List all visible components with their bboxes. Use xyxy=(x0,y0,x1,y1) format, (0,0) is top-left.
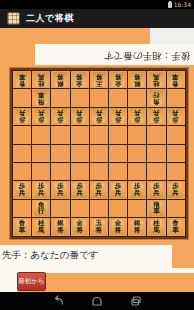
shogi-piece-sente[interactable]: 歩兵 xyxy=(71,182,88,198)
shogi-piece-sente[interactable]: 桂馬 xyxy=(148,219,165,235)
board-cell[interactable]: 銀将 xyxy=(128,218,147,236)
board-cell[interactable]: 玉将 xyxy=(90,218,109,236)
restart-button[interactable]: 最初から xyxy=(17,272,46,291)
board-cell[interactable]: 飛車 xyxy=(147,200,166,218)
shogi-piece-gote[interactable]: 桂馬 xyxy=(33,72,50,88)
action-bar: 二人で将棋 xyxy=(0,9,194,28)
board-cell[interactable]: 香車 xyxy=(13,71,32,89)
board-cell[interactable]: 歩兵 xyxy=(128,181,147,199)
shogi-piece-sente[interactable]: 香車 xyxy=(167,219,184,235)
piece-kanji: 歩 xyxy=(115,116,122,123)
app-screen: 16:34 二人で将棋 後手：相手の番です 香車桂馬銀将金将王将金将銀将桂馬香車… xyxy=(0,0,194,310)
board-cell[interactable] xyxy=(109,145,128,163)
board-cell[interactable]: 歩兵 xyxy=(32,108,51,126)
board-cell[interactable]: 香車 xyxy=(13,218,32,236)
piece-kanji: 兵 xyxy=(134,190,141,197)
board-cell[interactable] xyxy=(71,163,90,181)
piece-kanji: 兵 xyxy=(153,110,160,117)
shogi-board-frame: 香車桂馬銀将金将王将金将銀将桂馬香車飛車角行歩兵歩兵歩兵歩兵歩兵歩兵歩兵歩兵歩兵… xyxy=(10,68,188,239)
board-cell[interactable] xyxy=(147,163,166,181)
piece-kanji: 将 xyxy=(96,73,103,80)
shogi-piece-sente[interactable]: 歩兵 xyxy=(129,182,146,198)
board-cell[interactable]: 王将 xyxy=(90,71,109,89)
board-cell[interactable]: 歩兵 xyxy=(90,108,109,126)
shogi-piece-gote[interactable]: 銀将 xyxy=(52,72,69,88)
shogi-piece-sente[interactable]: 桂馬 xyxy=(33,219,50,235)
piece-kanji: 兵 xyxy=(153,190,160,197)
board-cell[interactable]: 歩兵 xyxy=(128,108,147,126)
piece-kanji: 飛 xyxy=(38,98,45,105)
piece-kanji: 兵 xyxy=(76,110,83,117)
board-cell[interactable] xyxy=(109,126,128,144)
shogi-piece-gote[interactable]: 香車 xyxy=(14,72,31,88)
board-cell[interactable]: 歩兵 xyxy=(13,108,32,126)
shogi-piece-gote[interactable]: 王将 xyxy=(91,72,108,88)
piece-kanji: 車 xyxy=(19,227,26,234)
shogi-board[interactable]: 香車桂馬銀将金将王将金将銀将桂馬香車飛車角行歩兵歩兵歩兵歩兵歩兵歩兵歩兵歩兵歩兵… xyxy=(12,70,186,237)
shogi-piece-sente[interactable]: 歩兵 xyxy=(52,182,69,198)
board-cell[interactable] xyxy=(32,163,51,181)
button-ledge xyxy=(0,273,17,292)
board-cell[interactable]: 桂馬 xyxy=(32,218,51,236)
board-cell[interactable]: 角行 xyxy=(147,89,166,107)
shogi-piece-sente[interactable]: 香車 xyxy=(14,219,31,235)
board-cell[interactable] xyxy=(90,89,109,107)
board-cell[interactable]: 金将 xyxy=(71,218,90,236)
board-cell[interactable]: 桂馬 xyxy=(147,218,166,236)
piece-kanji: 兵 xyxy=(172,190,179,197)
piece-kanji: 兵 xyxy=(96,190,103,197)
piece-kanji: 車 xyxy=(38,91,45,98)
gote-message-strip: 後手：相手の番です xyxy=(35,44,194,65)
shogi-piece-gote[interactable]: 金将 xyxy=(71,72,88,88)
board-cell[interactable] xyxy=(147,126,166,144)
piece-kanji: 歩 xyxy=(19,116,26,123)
board-cell[interactable]: 歩兵 xyxy=(32,181,51,199)
board-cell[interactable] xyxy=(109,89,128,107)
board-cell[interactable] xyxy=(128,89,147,107)
shogi-piece-sente[interactable]: 歩兵 xyxy=(167,182,184,198)
piece-kanji: 兵 xyxy=(19,190,26,197)
piece-kanji: 車 xyxy=(172,227,179,234)
shogi-piece-sente[interactable]: 銀将 xyxy=(52,219,69,235)
piece-kanji: 兵 xyxy=(19,110,26,117)
recents-icon[interactable] xyxy=(130,295,142,307)
piece-kanji: 馬 xyxy=(38,73,45,80)
board-cell[interactable]: 金将 xyxy=(109,71,128,89)
board-cell[interactable] xyxy=(51,163,70,181)
sente-message-strip: 先手：あなたの番です xyxy=(0,245,172,268)
board-cell[interactable]: 歩兵 xyxy=(167,181,186,199)
shogi-piece-gote[interactable]: 歩兵 xyxy=(33,108,50,124)
piece-kanji: 将 xyxy=(134,227,141,234)
piece-kanji: 角 xyxy=(153,98,160,105)
piece-kanji: 歩 xyxy=(76,116,83,123)
board-cell[interactable]: 角行 xyxy=(32,200,51,218)
board-cell[interactable]: 歩兵 xyxy=(71,181,90,199)
status-bar: 16:34 xyxy=(0,0,194,9)
board-cell[interactable] xyxy=(32,126,51,144)
shogi-piece-gote[interactable]: 飛車 xyxy=(33,90,50,106)
board-cell[interactable] xyxy=(32,145,51,163)
shogi-piece-sente[interactable]: 角行 xyxy=(33,200,50,216)
board-cell[interactable] xyxy=(71,200,90,218)
app-title: 二人で将棋 xyxy=(26,12,74,25)
shogi-piece-gote[interactable]: 歩兵 xyxy=(129,108,146,124)
shogi-piece-sente[interactable]: 金将 xyxy=(71,219,88,235)
piece-kanji: 将 xyxy=(96,227,103,234)
piece-kanji: 車 xyxy=(172,73,179,80)
piece-kanji: 兵 xyxy=(172,110,179,117)
piece-kanji: 歩 xyxy=(134,116,141,123)
board-cell[interactable] xyxy=(109,200,128,218)
piece-kanji: 馬 xyxy=(153,73,160,80)
shogi-piece-sente[interactable]: 銀将 xyxy=(129,219,146,235)
board-cell[interactable]: 銀将 xyxy=(128,71,147,89)
board-cell[interactable] xyxy=(13,200,32,218)
shogi-piece-gote[interactable]: 金将 xyxy=(110,72,127,88)
board-cell[interactable] xyxy=(13,89,32,107)
board-cell[interactable]: 歩兵 xyxy=(90,181,109,199)
piece-kanji: 将 xyxy=(76,227,83,234)
app-icon xyxy=(7,12,20,25)
board-cell[interactable] xyxy=(167,200,186,218)
board-cell[interactable] xyxy=(109,163,128,181)
board-cell[interactable]: 金将 xyxy=(109,218,128,236)
board-cell[interactable]: 歩兵 xyxy=(147,181,166,199)
piece-kanji: 将 xyxy=(57,73,64,80)
piece-kanji: 兵 xyxy=(115,190,122,197)
shogi-piece-gote[interactable]: 香車 xyxy=(167,72,184,88)
shogi-piece-gote[interactable]: 歩兵 xyxy=(110,108,127,124)
piece-kanji: 歩 xyxy=(172,116,179,123)
shogi-piece-gote[interactable]: 歩兵 xyxy=(71,108,88,124)
board-cell[interactable] xyxy=(71,126,90,144)
back-icon[interactable] xyxy=(52,295,64,307)
shogi-piece-gote[interactable]: 歩兵 xyxy=(148,108,165,124)
shogi-piece-gote[interactable]: 歩兵 xyxy=(167,108,184,124)
shogi-piece-gote[interactable]: 銀将 xyxy=(129,72,146,88)
board-cell[interactable]: 歩兵 xyxy=(109,181,128,199)
board-cell[interactable] xyxy=(167,163,186,181)
board-cell[interactable] xyxy=(71,89,90,107)
shogi-piece-sente[interactable]: 歩兵 xyxy=(14,182,31,198)
piece-kanji: 兵 xyxy=(38,190,45,197)
board-cell[interactable]: 歩兵 xyxy=(147,108,166,126)
board-cell[interactable]: 歩兵 xyxy=(167,108,186,126)
board-cell[interactable]: 銀将 xyxy=(51,218,70,236)
piece-kanji: 将 xyxy=(134,73,141,80)
battery-icon xyxy=(168,2,172,8)
piece-kanji: 兵 xyxy=(115,110,122,117)
piece-kanji: 兵 xyxy=(96,110,103,117)
shogi-piece-gote[interactable]: 歩兵 xyxy=(91,108,108,124)
board-cell[interactable] xyxy=(13,145,32,163)
board-cell[interactable]: 桂馬 xyxy=(147,71,166,89)
board-cell[interactable]: 歩兵 xyxy=(51,181,70,199)
board-cell[interactable] xyxy=(51,126,70,144)
piece-kanji: 兵 xyxy=(38,110,45,117)
sente-turn-message: 先手：あなたの番です xyxy=(0,245,172,262)
shogi-piece-sente[interactable]: 歩兵 xyxy=(110,182,127,198)
shogi-piece-sente[interactable]: 歩兵 xyxy=(91,182,108,198)
piece-kanji: 車 xyxy=(153,208,160,215)
piece-kanji: 歩 xyxy=(153,116,160,123)
board-cell[interactable] xyxy=(128,145,147,163)
gote-turn-message: 後手：相手の番です xyxy=(35,49,194,65)
piece-kanji: 行 xyxy=(153,91,160,98)
shogi-piece-sente[interactable]: 玉将 xyxy=(91,219,108,235)
piece-kanji: 車 xyxy=(19,73,26,80)
board-cell[interactable] xyxy=(51,145,70,163)
board-cell[interactable]: 歩兵 xyxy=(51,108,70,126)
board-cell[interactable]: 歩兵 xyxy=(71,108,90,126)
board-cell[interactable]: 金将 xyxy=(71,71,90,89)
piece-kanji: 馬 xyxy=(38,227,45,234)
shogi-piece-sente[interactable]: 歩兵 xyxy=(33,182,50,198)
board-cell[interactable] xyxy=(90,126,109,144)
board-cell[interactable]: 飛車 xyxy=(32,89,51,107)
shogi-piece-gote[interactable]: 桂馬 xyxy=(148,72,165,88)
board-cell[interactable]: 桂馬 xyxy=(32,71,51,89)
piece-kanji: 兵 xyxy=(57,110,64,117)
shogi-piece-gote[interactable]: 歩兵 xyxy=(14,108,31,124)
board-cell[interactable] xyxy=(90,145,109,163)
board-cell[interactable] xyxy=(13,126,32,144)
board-cell[interactable]: 銀将 xyxy=(51,71,70,89)
piece-kanji: 馬 xyxy=(153,227,160,234)
piece-kanji: 歩 xyxy=(38,116,45,123)
board-cell[interactable] xyxy=(51,89,70,107)
shogi-piece-gote[interactable]: 角行 xyxy=(148,90,165,106)
board-cell[interactable] xyxy=(167,145,186,163)
home-icon[interactable] xyxy=(91,295,103,307)
board-cell[interactable] xyxy=(128,200,147,218)
piece-kanji: 兵 xyxy=(76,190,83,197)
board-cell[interactable] xyxy=(51,200,70,218)
board-cell[interactable] xyxy=(128,126,147,144)
android-nav-bar xyxy=(0,292,194,310)
piece-kanji: 将 xyxy=(115,227,122,234)
shogi-piece-gote[interactable]: 歩兵 xyxy=(52,108,69,124)
board-cell[interactable] xyxy=(90,200,109,218)
gote-message-panel-corner xyxy=(150,28,194,45)
board-cell[interactable] xyxy=(128,163,147,181)
shogi-piece-sente[interactable]: 飛車 xyxy=(148,200,165,216)
shogi-piece-sente[interactable]: 歩兵 xyxy=(148,182,165,198)
board-cell[interactable] xyxy=(167,89,186,107)
piece-kanji: 将 xyxy=(57,227,64,234)
board-cell[interactable] xyxy=(13,163,32,181)
board-cell[interactable] xyxy=(90,163,109,181)
shogi-piece-sente[interactable]: 金将 xyxy=(110,219,127,235)
piece-kanji: 歩 xyxy=(96,116,103,123)
board-cell[interactable]: 歩兵 xyxy=(13,181,32,199)
board-cell[interactable] xyxy=(167,126,186,144)
piece-kanji: 行 xyxy=(38,208,45,215)
status-time: 16:34 xyxy=(174,0,191,9)
piece-kanji: 兵 xyxy=(57,190,64,197)
piece-kanji: 兵 xyxy=(134,110,141,117)
piece-kanji: 将 xyxy=(115,73,122,80)
board-cell[interactable]: 香車 xyxy=(167,218,186,236)
piece-kanji: 歩 xyxy=(57,116,64,123)
board-cell[interactable]: 歩兵 xyxy=(109,108,128,126)
piece-kanji: 将 xyxy=(76,73,83,80)
board-cell[interactable]: 香車 xyxy=(167,71,186,89)
board-cell[interactable] xyxy=(147,145,166,163)
board-cell[interactable] xyxy=(71,145,90,163)
